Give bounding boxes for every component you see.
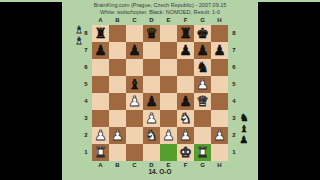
square-c8 [126, 25, 143, 42]
square-c4: ♟ [126, 93, 143, 110]
square-b6 [109, 59, 126, 76]
rank-label-right-5: 5 [230, 76, 238, 93]
square-h1 [211, 144, 228, 161]
square-f7: ♟ [177, 42, 194, 59]
square-c5: ♝ [126, 76, 143, 93]
piece-white-queen: ♛ [194, 93, 211, 110]
captured-piece-black-knight: ♞ [238, 112, 250, 123]
piece-white-king: ♚ [177, 144, 194, 161]
square-a5 [92, 76, 109, 93]
file-label-top-a: A [92, 17, 109, 24]
square-h7: ♟ [211, 42, 228, 59]
piece-black-rook: ♜ [177, 25, 194, 42]
rank-label-left-5: 5 [82, 76, 90, 93]
square-g2 [194, 127, 211, 144]
square-c3 [126, 110, 143, 127]
square-d3: ♟ [143, 110, 160, 127]
square-b7 [109, 42, 126, 59]
piece-black-knight: ♞ [194, 59, 211, 76]
square-e4 [160, 93, 177, 110]
piece-white-pawn: ♟ [126, 93, 143, 110]
rank-label-left-4: 4 [82, 93, 90, 110]
square-b8 [109, 25, 126, 42]
square-a6 [92, 59, 109, 76]
square-f3: ♞ [177, 110, 194, 127]
rank-label-right-7: 7 [230, 42, 238, 59]
captured-black-tray: ♞♝♟ [238, 112, 250, 145]
piece-black-pawn: ♟ [177, 42, 194, 59]
screenshot-stage: BrainKing.com (Prague, Czech Republic) -… [0, 0, 320, 180]
piece-black-rook: ♜ [92, 25, 109, 42]
square-d5 [143, 76, 160, 93]
square-b5 [109, 76, 126, 93]
square-a3 [92, 110, 109, 127]
square-c7: ♟ [126, 42, 143, 59]
square-a8: ♜ [92, 25, 109, 42]
move-caption: 14. O-O [62, 168, 258, 175]
square-f1: ♚ [177, 144, 194, 161]
rank-label-right-8: 8 [230, 25, 238, 42]
piece-white-rook: ♜ [194, 144, 211, 161]
header-players-line: White: wolschopter, Black: NOMOED, Resul… [62, 9, 258, 16]
file-labels-top: ABCDEFGH [92, 17, 228, 24]
square-f2: ♟ [177, 127, 194, 144]
piece-white-knight: ♞ [143, 127, 160, 144]
square-f4: ♟ [177, 93, 194, 110]
piece-white-pawn: ♟ [194, 76, 211, 93]
piece-white-pawn: ♟ [160, 127, 177, 144]
square-a4 [92, 93, 109, 110]
square-e1 [160, 144, 177, 161]
piece-black-queen: ♛ [143, 25, 160, 42]
file-label-top-e: E [160, 17, 177, 24]
rank-label-right-4: 4 [230, 93, 238, 110]
square-e3 [160, 110, 177, 127]
square-d8: ♛ [143, 25, 160, 42]
square-e6 [160, 59, 177, 76]
piece-black-pawn: ♟ [211, 42, 228, 59]
square-g7: ♟ [194, 42, 211, 59]
captured-piece-black-bishop: ♝ [238, 123, 250, 134]
piece-white-rook: ♜ [92, 144, 109, 161]
file-label-top-d: D [143, 17, 160, 24]
rank-label-right-1: 1 [230, 144, 238, 161]
square-c6 [126, 59, 143, 76]
piece-black-pawn: ♟ [177, 93, 194, 110]
square-h6 [211, 59, 228, 76]
header-event-line: BrainKing.com (Prague, Czech Republic) -… [62, 2, 258, 9]
square-f6 [177, 59, 194, 76]
square-g5: ♟ [194, 76, 211, 93]
square-e8 [160, 25, 177, 42]
square-g6: ♞ [194, 59, 211, 76]
captured-white-tray: ♝♝ [73, 24, 85, 46]
square-e2: ♟ [160, 127, 177, 144]
piece-white-pawn: ♟ [109, 127, 126, 144]
square-d7 [143, 42, 160, 59]
square-f8: ♜ [177, 25, 194, 42]
square-b3 [109, 110, 126, 127]
piece-black-pawn: ♟ [143, 93, 160, 110]
square-a1: ♜ [92, 144, 109, 161]
square-h3 [211, 110, 228, 127]
square-h5 [211, 76, 228, 93]
rank-label-left-2: 2 [82, 127, 90, 144]
square-h4 [211, 93, 228, 110]
square-c1 [126, 144, 143, 161]
file-label-top-f: F [177, 17, 194, 24]
square-h2: ♟ [211, 127, 228, 144]
piece-white-knight: ♞ [177, 110, 194, 127]
file-label-top-h: H [211, 17, 228, 24]
square-c2 [126, 127, 143, 144]
piece-black-bishop: ♝ [126, 76, 143, 93]
square-h8 [211, 25, 228, 42]
square-d6 [143, 59, 160, 76]
piece-black-pawn: ♟ [126, 42, 143, 59]
file-label-top-c: C [126, 17, 143, 24]
square-f5 [177, 76, 194, 93]
square-g8: ♚ [194, 25, 211, 42]
square-a2: ♟ [92, 127, 109, 144]
square-b4 [109, 93, 126, 110]
square-g3 [194, 110, 211, 127]
file-label-top-b: B [109, 17, 126, 24]
file-label-top-g: G [194, 17, 211, 24]
piece-black-king: ♚ [194, 25, 211, 42]
piece-white-pawn: ♟ [143, 110, 160, 127]
square-b2: ♟ [109, 127, 126, 144]
piece-black-pawn: ♟ [194, 42, 211, 59]
rank-label-left-3: 3 [82, 110, 90, 127]
captured-piece-white-bishop: ♝ [73, 35, 85, 46]
rank-label-left-1: 1 [82, 144, 90, 161]
rank-label-right-2: 2 [230, 127, 238, 144]
piece-white-pawn: ♟ [177, 127, 194, 144]
square-e7 [160, 42, 177, 59]
piece-black-pawn: ♟ [92, 42, 109, 59]
rank-label-left-6: 6 [82, 59, 90, 76]
square-e5 [160, 76, 177, 93]
chess-board: ♜♛♜♚♟♟♟♟♟♞♝♟♟♟♟♛♟♞♟♟♞♟♟♟♜♚♜ [92, 25, 228, 161]
piece-white-pawn: ♟ [92, 127, 109, 144]
square-b1 [109, 144, 126, 161]
square-d4: ♟ [143, 93, 160, 110]
square-g1: ♜ [194, 144, 211, 161]
square-d1 [143, 144, 160, 161]
square-g4: ♛ [194, 93, 211, 110]
rank-labels-right: 87654321 [230, 25, 238, 161]
square-a7: ♟ [92, 42, 109, 59]
piece-white-pawn: ♟ [211, 127, 228, 144]
rank-label-right-6: 6 [230, 59, 238, 76]
square-d2: ♞ [143, 127, 160, 144]
rank-label-right-3: 3 [230, 110, 238, 127]
captured-piece-black-pawn: ♟ [238, 134, 250, 145]
captured-piece-white-bishop: ♝ [73, 24, 85, 35]
